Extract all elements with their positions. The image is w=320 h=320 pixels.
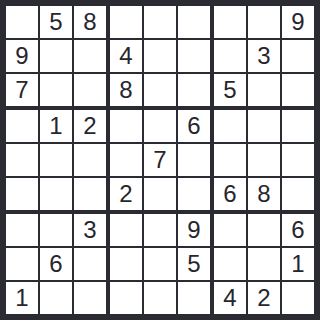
box-2-1: 12 bbox=[6, 110, 106, 210]
cell-r4c2-given[interactable]: 1 bbox=[40, 110, 72, 142]
cell-r1c6-empty[interactable] bbox=[178, 6, 210, 38]
cell-r8c5-empty[interactable] bbox=[144, 248, 176, 280]
sudoku-board: 5897489351267268361956142 bbox=[0, 0, 320, 320]
cell-r3c5-empty[interactable] bbox=[144, 74, 176, 106]
cell-r4c3-given[interactable]: 2 bbox=[74, 110, 106, 142]
cell-r1c2-given[interactable]: 5 bbox=[40, 6, 72, 38]
cell-r9c1-given[interactable]: 1 bbox=[6, 282, 38, 314]
cell-r4c9-empty[interactable] bbox=[282, 110, 314, 142]
cell-r8c9-given[interactable]: 1 bbox=[282, 248, 314, 280]
box-3-3: 6142 bbox=[214, 214, 314, 314]
box-3-1: 361 bbox=[6, 214, 106, 314]
cell-r7c7-empty[interactable] bbox=[214, 214, 246, 246]
cell-r6c1-empty[interactable] bbox=[6, 178, 38, 210]
box-1-2: 48 bbox=[110, 6, 210, 106]
cell-r7c5-empty[interactable] bbox=[144, 214, 176, 246]
cell-r6c6-empty[interactable] bbox=[178, 178, 210, 210]
cell-r8c8-empty[interactable] bbox=[248, 248, 280, 280]
cell-r9c3-empty[interactable] bbox=[74, 282, 106, 314]
cell-r5c9-empty[interactable] bbox=[282, 144, 314, 176]
cell-r5c3-empty[interactable] bbox=[74, 144, 106, 176]
box-3-2: 95 bbox=[110, 214, 210, 314]
cell-r9c7-given[interactable]: 4 bbox=[214, 282, 246, 314]
cell-r3c6-empty[interactable] bbox=[178, 74, 210, 106]
cell-r2c1-given[interactable]: 9 bbox=[6, 40, 38, 72]
cell-r9c5-empty[interactable] bbox=[144, 282, 176, 314]
cell-r3c7-given[interactable]: 5 bbox=[214, 74, 246, 106]
cell-r1c4-empty[interactable] bbox=[110, 6, 142, 38]
cell-r1c5-empty[interactable] bbox=[144, 6, 176, 38]
cell-r6c7-given[interactable]: 6 bbox=[214, 178, 246, 210]
cell-r4c1-empty[interactable] bbox=[6, 110, 38, 142]
cell-r2c4-given[interactable]: 4 bbox=[110, 40, 142, 72]
cell-r9c8-given[interactable]: 2 bbox=[248, 282, 280, 314]
cell-r2c9-empty[interactable] bbox=[282, 40, 314, 72]
cell-r8c1-empty[interactable] bbox=[6, 248, 38, 280]
cell-r2c3-empty[interactable] bbox=[74, 40, 106, 72]
cell-r9c4-empty[interactable] bbox=[110, 282, 142, 314]
cell-r5c6-empty[interactable] bbox=[178, 144, 210, 176]
cell-r6c2-empty[interactable] bbox=[40, 178, 72, 210]
cell-r1c3-given[interactable]: 8 bbox=[74, 6, 106, 38]
cell-r1c9-given[interactable]: 9 bbox=[282, 6, 314, 38]
cell-r5c2-empty[interactable] bbox=[40, 144, 72, 176]
cell-r7c3-given[interactable]: 3 bbox=[74, 214, 106, 246]
cell-r5c7-empty[interactable] bbox=[214, 144, 246, 176]
box-1-1: 5897 bbox=[6, 6, 106, 106]
cell-r1c8-empty[interactable] bbox=[248, 6, 280, 38]
cell-r4c8-empty[interactable] bbox=[248, 110, 280, 142]
cell-r9c9-empty[interactable] bbox=[282, 282, 314, 314]
cell-r9c6-empty[interactable] bbox=[178, 282, 210, 314]
box-2-3: 68 bbox=[214, 110, 314, 210]
cell-r6c3-empty[interactable] bbox=[74, 178, 106, 210]
cell-r6c8-given[interactable]: 8 bbox=[248, 178, 280, 210]
cell-r8c3-empty[interactable] bbox=[74, 248, 106, 280]
cell-r3c8-empty[interactable] bbox=[248, 74, 280, 106]
cell-r1c1-empty[interactable] bbox=[6, 6, 38, 38]
cell-r8c4-empty[interactable] bbox=[110, 248, 142, 280]
cell-r5c4-empty[interactable] bbox=[110, 144, 142, 176]
cell-r3c9-empty[interactable] bbox=[282, 74, 314, 106]
cell-r9c2-empty[interactable] bbox=[40, 282, 72, 314]
cell-r2c2-empty[interactable] bbox=[40, 40, 72, 72]
cell-r2c6-empty[interactable] bbox=[178, 40, 210, 72]
cell-r2c7-empty[interactable] bbox=[214, 40, 246, 72]
cell-r4c6-given[interactable]: 6 bbox=[178, 110, 210, 142]
box-2-2: 672 bbox=[110, 110, 210, 210]
cell-r5c8-empty[interactable] bbox=[248, 144, 280, 176]
sudoku-page: 5897489351267268361956142 bbox=[0, 0, 320, 320]
cell-r3c1-given[interactable]: 7 bbox=[6, 74, 38, 106]
cell-r6c9-empty[interactable] bbox=[282, 178, 314, 210]
box-1-3: 935 bbox=[214, 6, 314, 106]
cell-r3c2-empty[interactable] bbox=[40, 74, 72, 106]
cell-r1c7-empty[interactable] bbox=[214, 6, 246, 38]
cell-r2c5-empty[interactable] bbox=[144, 40, 176, 72]
cell-r5c5-given[interactable]: 7 bbox=[144, 144, 176, 176]
cell-r4c7-empty[interactable] bbox=[214, 110, 246, 142]
cell-r7c4-empty[interactable] bbox=[110, 214, 142, 246]
cell-r8c7-empty[interactable] bbox=[214, 248, 246, 280]
cell-r7c6-given[interactable]: 9 bbox=[178, 214, 210, 246]
cell-r8c6-given[interactable]: 5 bbox=[178, 248, 210, 280]
cell-r4c5-empty[interactable] bbox=[144, 110, 176, 142]
cell-r3c4-given[interactable]: 8 bbox=[110, 74, 142, 106]
cell-r7c1-empty[interactable] bbox=[6, 214, 38, 246]
cell-r5c1-empty[interactable] bbox=[6, 144, 38, 176]
cell-r8c2-given[interactable]: 6 bbox=[40, 248, 72, 280]
cell-r7c8-empty[interactable] bbox=[248, 214, 280, 246]
cell-r3c3-empty[interactable] bbox=[74, 74, 106, 106]
cell-r2c8-given[interactable]: 3 bbox=[248, 40, 280, 72]
cell-r6c5-empty[interactable] bbox=[144, 178, 176, 210]
cell-r7c2-empty[interactable] bbox=[40, 214, 72, 246]
cell-r7c9-given[interactable]: 6 bbox=[282, 214, 314, 246]
cell-r4c4-empty[interactable] bbox=[110, 110, 142, 142]
cell-r6c4-given[interactable]: 2 bbox=[110, 178, 142, 210]
